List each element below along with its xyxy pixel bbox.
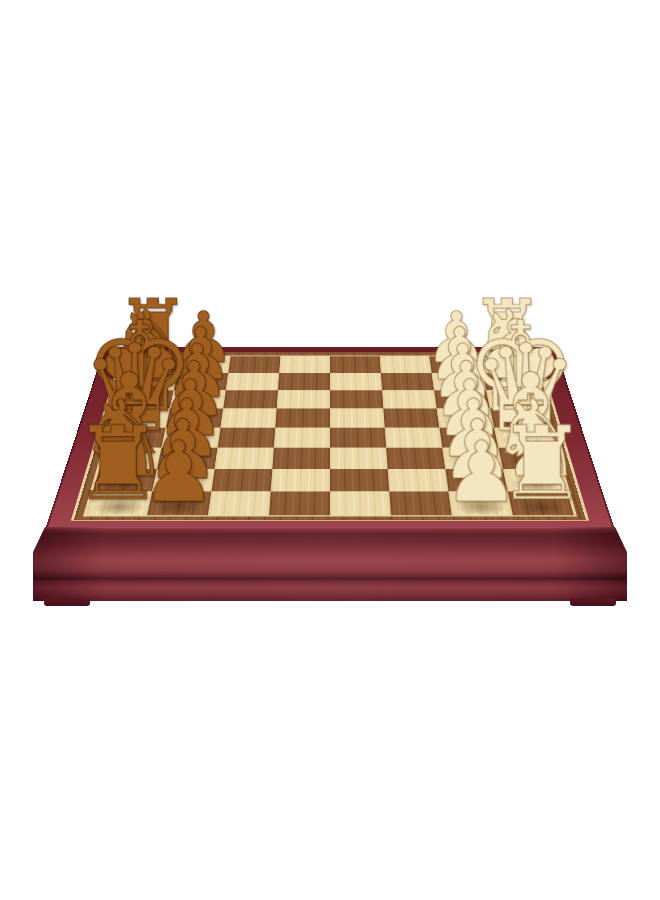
square-b6 — [211, 469, 272, 491]
square-d5 — [274, 428, 330, 448]
square-c3 — [386, 448, 445, 469]
square-g3 — [381, 373, 434, 390]
square-b3 — [388, 469, 449, 491]
square-b4 — [330, 469, 389, 491]
square-f4 — [330, 390, 383, 408]
square-h4 — [330, 356, 381, 373]
board-grid: ♜♟♟♜♞♟♟♞♝♟♟♝♚♟♟♚♛♟♟♛♝♟♟♝♞♟♟♞♜♟♟♜ — [86, 356, 574, 515]
box-foot-right — [570, 598, 616, 606]
square-a2: ♟ — [449, 492, 513, 516]
chess-board: ♜♟♟♜♞♟♟♞♝♟♟♝♚♟♟♚♛♟♟♛♝♟♟♝♞♟♟♞♜♟♟♜ — [45, 347, 615, 530]
mahogany-frame: ♜♟♟♜♞♟♟♞♝♟♟♝♚♟♟♚♛♟♟♛♝♟♟♝♞♟♟♞♜♟♟♜ — [45, 347, 615, 530]
square-e5 — [275, 409, 330, 428]
square-f5 — [277, 390, 330, 408]
black-pawn-a7: ♟ — [141, 434, 216, 510]
walnut-border-band: ♜♟♟♜♞♟♟♞♝♟♟♝♚♟♟♚♛♟♟♛♝♟♟♝♞♟♟♞♜♟♟♜ — [74, 353, 586, 519]
square-a6 — [208, 492, 271, 516]
square-d3 — [385, 428, 443, 448]
square-b5 — [271, 469, 330, 491]
square-a4 — [330, 492, 391, 516]
box-foot-left — [44, 598, 90, 606]
square-g5 — [278, 373, 330, 390]
maple-outer-fillet: ♜♟♟♜♞♟♟♞♝♟♟♝♚♟♟♚♛♟♟♛♝♟♟♝♞♟♟♞♜♟♟♜ — [71, 353, 589, 521]
square-f6 — [223, 390, 278, 408]
square-c4 — [330, 448, 388, 469]
square-g6 — [226, 373, 279, 390]
square-a3 — [389, 492, 452, 516]
chess-set-product-photo: ♜♟♟♜♞♟♟♞♝♟♟♝♚♟♟♚♛♟♟♛♝♟♟♝♞♟♟♞♜♟♟♜ — [0, 0, 660, 900]
square-h6 — [228, 356, 280, 373]
square-d6 — [218, 428, 276, 448]
box-apron-molding — [33, 527, 627, 601]
square-f3 — [382, 390, 437, 408]
square-d4 — [330, 428, 386, 448]
square-c5 — [272, 448, 330, 469]
square-c6 — [215, 448, 274, 469]
square-a5 — [269, 492, 330, 516]
square-e3 — [383, 409, 439, 428]
square-e6 — [221, 409, 277, 428]
maple-inner-fillet: ♜♟♟♜♞♟♟♞♝♟♟♝♚♟♟♚♛♟♟♛♝♟♟♝♞♟♟♞♜♟♟♜ — [83, 356, 577, 517]
square-e4 — [330, 409, 385, 428]
square-h3 — [380, 356, 432, 373]
square-g4 — [330, 373, 382, 390]
white-pawn-a2: ♟ — [444, 434, 519, 510]
square-h5 — [279, 356, 330, 373]
square-a7: ♟ — [147, 492, 211, 516]
